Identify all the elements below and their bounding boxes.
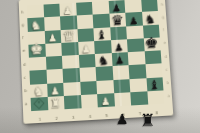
- coordinate-label: e: [163, 41, 166, 45]
- square-g4[interactable]: [76, 15, 93, 29]
- square-h4[interactable]: [76, 2, 93, 16]
- square-g5[interactable]: [93, 14, 110, 28]
- square-e7[interactable]: [127, 38, 144, 52]
- square-h7[interactable]: [124, 0, 141, 13]
- square-d1[interactable]: [29, 57, 46, 71]
- square-d2[interactable]: [45, 56, 62, 70]
- square-c7[interactable]: [129, 64, 146, 78]
- square-e2[interactable]: [45, 43, 62, 57]
- black-knight-g8[interactable]: ♞: [144, 13, 155, 25]
- square-c2[interactable]: [46, 69, 63, 83]
- square-d6[interactable]: ♟: [111, 52, 128, 66]
- square-f7[interactable]: [126, 25, 143, 39]
- coordinate-label: b: [24, 89, 27, 93]
- square-h5[interactable]: [92, 1, 109, 15]
- coordinate-label: 5: [105, 114, 108, 118]
- corner-ornament-icon: [33, 98, 44, 110]
- coordinate-label: 4: [89, 115, 92, 119]
- square-b5[interactable]: [96, 80, 113, 94]
- square-a7[interactable]: [130, 91, 147, 105]
- square-h2[interactable]: [43, 4, 60, 18]
- square-b8[interactable]: ♝: [146, 77, 163, 91]
- coordinate-label: 1: [39, 118, 42, 122]
- square-e6[interactable]: ♟: [111, 39, 128, 53]
- white-pawn-a5[interactable]: ♟: [101, 96, 111, 107]
- white-rook-a2[interactable]: ♜: [50, 97, 61, 110]
- coordinate-label: e: [23, 49, 26, 53]
- square-a6[interactable]: [114, 92, 131, 106]
- square-e8[interactable]: ♚: [143, 37, 160, 51]
- coordinate-label: 8: [155, 111, 158, 115]
- chess-board: ♟♟♞♛♟♞♟♛♝♚♟♟♚♞♟♞♟♝♜♟: [27, 0, 165, 111]
- coordinate-label: a: [167, 95, 170, 99]
- square-g6[interactable]: ♛: [109, 13, 126, 27]
- black-pawn-g7[interactable]: ♟: [129, 15, 139, 25]
- coordinate-label: c: [165, 68, 168, 72]
- coordinate-label: b: [166, 81, 169, 85]
- coordinate-label: 2: [55, 117, 58, 121]
- white-knight-b1[interactable]: ♞: [33, 85, 44, 98]
- square-b1[interactable]: ♞: [30, 83, 47, 97]
- white-knight-g1[interactable]: ♞: [30, 19, 41, 31]
- white-queen-f3[interactable]: ♛: [63, 28, 76, 43]
- square-g8[interactable]: ♞: [142, 11, 159, 25]
- square-a1[interactable]: [31, 97, 48, 111]
- coordinate-label: f: [163, 28, 166, 32]
- coordinate-label: h: [21, 10, 24, 14]
- black-pawn-e6[interactable]: ♟: [114, 42, 124, 52]
- coordinate-label: h: [161, 2, 164, 6]
- square-b2[interactable]: ♟: [47, 82, 64, 96]
- white-pawn-e4[interactable]: ♟: [82, 44, 91, 54]
- black-knight-d5[interactable]: ♞: [98, 54, 109, 67]
- square-e1[interactable]: ♚: [28, 44, 45, 58]
- square-f6[interactable]: [110, 26, 127, 40]
- black-queen-g6[interactable]: ♛: [111, 12, 124, 26]
- coordinate-label: d: [164, 55, 167, 59]
- square-b7[interactable]: [129, 78, 146, 92]
- square-h8[interactable]: [141, 0, 158, 12]
- coordinate-label: f: [22, 36, 25, 40]
- coordinate-label: 3: [72, 116, 75, 120]
- square-c5[interactable]: [96, 66, 113, 80]
- square-g7[interactable]: ♟: [125, 12, 142, 26]
- black-pawn-d6[interactable]: ♟: [115, 56, 125, 66]
- square-c4[interactable]: [79, 67, 96, 81]
- square-h1[interactable]: [27, 5, 44, 19]
- coordinate-label: g: [22, 23, 25, 27]
- square-f2[interactable]: ♟: [44, 30, 61, 44]
- square-c8[interactable]: [145, 64, 162, 78]
- captured-black-rook[interactable]: ♜: [140, 112, 155, 129]
- coordinate-label: a: [25, 103, 28, 107]
- square-a2[interactable]: ♜: [47, 96, 64, 110]
- white-pawn-h3[interactable]: ♟: [63, 6, 72, 16]
- black-bishop-b8[interactable]: ♝: [149, 78, 161, 91]
- coordinate-label: d: [23, 62, 26, 66]
- table-surface: hgfedcba hgfedcba 12345678 ♟♟♞♛♟♞♟♛♝♚♟♟♚…: [0, 0, 200, 133]
- square-c1[interactable]: [29, 70, 46, 84]
- square-f5[interactable]: ♝: [93, 27, 110, 41]
- square-g2[interactable]: [44, 17, 61, 31]
- square-g1[interactable]: ♞: [27, 18, 44, 32]
- black-king-e8[interactable]: ♚: [145, 36, 159, 52]
- square-a8[interactable]: [147, 90, 165, 104]
- square-d8[interactable]: [144, 50, 161, 64]
- square-e5[interactable]: [94, 40, 111, 54]
- square-f4[interactable]: [77, 28, 94, 42]
- white-king-e1[interactable]: ♚: [30, 42, 44, 58]
- square-c6[interactable]: [112, 65, 129, 79]
- captured-black-pawn[interactable]: ♟: [116, 112, 129, 126]
- square-f3[interactable]: ♛: [61, 29, 78, 43]
- square-d5[interactable]: ♞: [95, 53, 112, 67]
- chess-mat: hgfedcba hgfedcba 12345678 ♟♟♞♛♟♞♟♛♝♚♟♟♚…: [19, 0, 174, 124]
- square-a4[interactable]: [80, 94, 97, 108]
- square-b6[interactable]: [113, 79, 130, 93]
- square-a5[interactable]: ♟: [97, 93, 114, 107]
- white-pawn-b2[interactable]: ♟: [51, 86, 61, 97]
- white-pawn-f2[interactable]: ♟: [48, 33, 57, 43]
- square-b4[interactable]: [80, 81, 97, 95]
- square-e4[interactable]: ♟: [78, 41, 95, 55]
- coordinate-label: g: [162, 15, 165, 19]
- square-d7[interactable]: [128, 51, 145, 65]
- square-d4[interactable]: [78, 54, 95, 68]
- black-bishop-f5[interactable]: ♝: [96, 28, 107, 40]
- coordinate-label: c: [24, 76, 27, 80]
